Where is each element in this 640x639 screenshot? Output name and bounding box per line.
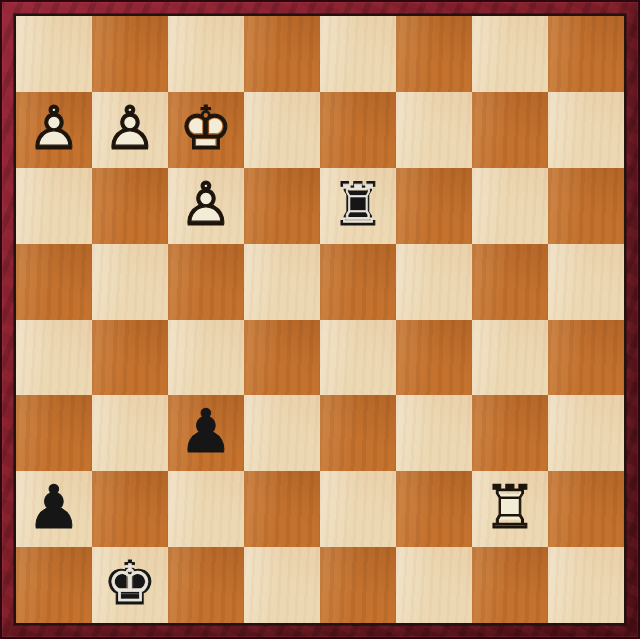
square-a7[interactable]: ♟♙ <box>16 92 92 168</box>
square-b7[interactable]: ♟♙ <box>92 92 168 168</box>
square-h2[interactable] <box>548 471 624 547</box>
square-h5[interactable] <box>548 244 624 320</box>
square-g1[interactable] <box>472 547 548 623</box>
white-rook: ♜♖ <box>472 471 548 547</box>
white-pawn: ♟♙ <box>16 92 92 168</box>
square-d6[interactable] <box>244 168 320 244</box>
square-f2[interactable] <box>396 471 472 547</box>
square-c4[interactable] <box>168 320 244 396</box>
square-h4[interactable] <box>548 320 624 396</box>
black-pawn: ♟ <box>168 395 244 471</box>
square-g7[interactable] <box>472 92 548 168</box>
white-pawn-glyph-layer: ♟ <box>92 92 168 166</box>
square-h7[interactable] <box>548 92 624 168</box>
square-f4[interactable] <box>396 320 472 396</box>
square-d3[interactable] <box>244 395 320 471</box>
square-c8[interactable] <box>168 16 244 92</box>
square-b8[interactable] <box>92 16 168 92</box>
white-king-glyph-layer: ♚ <box>168 92 244 166</box>
square-e2[interactable] <box>320 471 396 547</box>
square-d2[interactable] <box>244 471 320 547</box>
square-g3[interactable] <box>472 395 548 471</box>
square-b3[interactable] <box>92 395 168 471</box>
black-pawn-glyph-layer: ♟ <box>16 471 92 545</box>
square-c7[interactable]: ♚♔ <box>168 92 244 168</box>
square-g8[interactable] <box>472 16 548 92</box>
square-b6[interactable] <box>92 168 168 244</box>
square-e5[interactable] <box>320 244 396 320</box>
chessboard: ♟♙♟♙♚♔♟♙♜♖♟♟♜♖♚♔ <box>14 14 626 625</box>
chessboard-frame: ♟♙♟♙♚♔♟♙♜♖♟♟♜♖♚♔ <box>0 0 640 639</box>
black-pawn-glyph-layer: ♟ <box>168 395 244 469</box>
square-b4[interactable] <box>92 320 168 396</box>
white-pawn-glyph-layer: ♟ <box>16 92 92 166</box>
square-c1[interactable] <box>168 547 244 623</box>
square-g4[interactable] <box>472 320 548 396</box>
square-d4[interactable] <box>244 320 320 396</box>
square-f6[interactable] <box>396 168 472 244</box>
white-pawn-glyph-layer: ♙ <box>16 92 92 166</box>
square-e1[interactable] <box>320 547 396 623</box>
square-c6[interactable]: ♟♙ <box>168 168 244 244</box>
square-a4[interactable] <box>16 320 92 396</box>
square-d5[interactable] <box>244 244 320 320</box>
black-king-glyph-layer: ♔ <box>97 550 162 615</box>
black-rook: ♜♖ <box>320 168 396 244</box>
square-a1[interactable] <box>16 547 92 623</box>
square-g6[interactable] <box>472 168 548 244</box>
square-a5[interactable] <box>16 244 92 320</box>
white-rook-glyph-layer: ♖ <box>472 471 548 545</box>
square-a8[interactable] <box>16 16 92 92</box>
white-rook-glyph-layer: ♜ <box>472 471 548 545</box>
white-pawn-glyph-layer: ♙ <box>92 92 168 166</box>
white-pawn-glyph-layer: ♟ <box>168 168 244 242</box>
square-e8[interactable] <box>320 16 396 92</box>
square-a3[interactable] <box>16 395 92 471</box>
square-g5[interactable] <box>472 244 548 320</box>
black-king: ♚♔ <box>92 547 168 623</box>
square-b2[interactable] <box>92 471 168 547</box>
black-king-glyph-layer: ♚ <box>92 547 168 621</box>
square-f1[interactable] <box>396 547 472 623</box>
square-b1[interactable]: ♚♔ <box>92 547 168 623</box>
white-king-glyph-layer: ♔ <box>168 92 244 166</box>
square-e3[interactable] <box>320 395 396 471</box>
white-pawn: ♟♙ <box>92 92 168 168</box>
square-c3[interactable]: ♟ <box>168 395 244 471</box>
square-d7[interactable] <box>244 92 320 168</box>
square-a2[interactable]: ♟ <box>16 471 92 547</box>
square-h6[interactable] <box>548 168 624 244</box>
square-e6[interactable]: ♜♖ <box>320 168 396 244</box>
white-pawn: ♟♙ <box>168 168 244 244</box>
square-e4[interactable] <box>320 320 396 396</box>
square-c5[interactable] <box>168 244 244 320</box>
square-h8[interactable] <box>548 16 624 92</box>
white-king: ♚♔ <box>168 92 244 168</box>
black-pawn: ♟ <box>16 471 92 547</box>
square-f7[interactable] <box>396 92 472 168</box>
square-b5[interactable] <box>92 244 168 320</box>
square-f5[interactable] <box>396 244 472 320</box>
square-e7[interactable] <box>320 92 396 168</box>
square-h3[interactable] <box>548 395 624 471</box>
black-rook-glyph-layer: ♖ <box>325 171 390 236</box>
square-c2[interactable] <box>168 471 244 547</box>
black-rook-glyph-layer: ♜ <box>320 168 396 242</box>
square-d1[interactable] <box>244 547 320 623</box>
square-h1[interactable] <box>548 547 624 623</box>
white-pawn-glyph-layer: ♙ <box>168 168 244 242</box>
square-f8[interactable] <box>396 16 472 92</box>
square-g2[interactable]: ♜♖ <box>472 471 548 547</box>
square-d8[interactable] <box>244 16 320 92</box>
square-a6[interactable] <box>16 168 92 244</box>
square-f3[interactable] <box>396 395 472 471</box>
